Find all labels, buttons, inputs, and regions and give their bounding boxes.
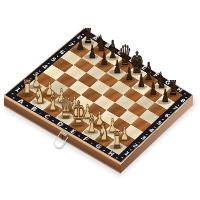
border-dot bbox=[56, 55, 58, 56]
border-dot bbox=[149, 71, 151, 72]
border-dot bbox=[130, 149, 132, 150]
border-dot bbox=[39, 70, 41, 71]
border-dot bbox=[116, 157, 118, 158]
border-dot bbox=[184, 93, 186, 94]
border-dot bbox=[65, 48, 67, 49]
border-dot bbox=[146, 134, 148, 135]
border-dot bbox=[121, 157, 123, 158]
border-dot bbox=[103, 150, 105, 151]
border-dot bbox=[162, 119, 164, 120]
border-dot bbox=[65, 128, 67, 129]
border-dot bbox=[12, 93, 14, 94]
border-dot bbox=[21, 85, 23, 86]
border-dot bbox=[137, 64, 139, 65]
border-dot bbox=[100, 42, 102, 43]
border-dot bbox=[177, 104, 179, 105]
chess-set-photo: AABBCCDDEEFFGGHH1122334455667788 ♜♞♝♛♚♝♞… bbox=[0, 0, 200, 200]
border-dot bbox=[138, 142, 140, 143]
border-dot bbox=[13, 97, 15, 98]
border-dot bbox=[30, 78, 32, 79]
border-dot bbox=[170, 112, 172, 113]
border-dot bbox=[39, 112, 41, 113]
border-dot bbox=[82, 34, 84, 35]
border-dot bbox=[88, 34, 90, 35]
border-dot bbox=[160, 79, 162, 80]
border-dot bbox=[124, 57, 126, 58]
border-dot bbox=[26, 105, 28, 106]
border-dot bbox=[154, 126, 156, 127]
border-dot bbox=[48, 63, 50, 64]
border-dot bbox=[172, 86, 174, 87]
border-dot bbox=[185, 97, 187, 98]
border-dot bbox=[52, 120, 54, 121]
border-dot bbox=[74, 41, 76, 42]
border-dot bbox=[112, 49, 114, 50]
chessboard: AABBCCDDEEFFGGHH1122334455667788 bbox=[4, 28, 193, 163]
border-dot bbox=[78, 135, 80, 136]
border-dot bbox=[91, 142, 93, 143]
